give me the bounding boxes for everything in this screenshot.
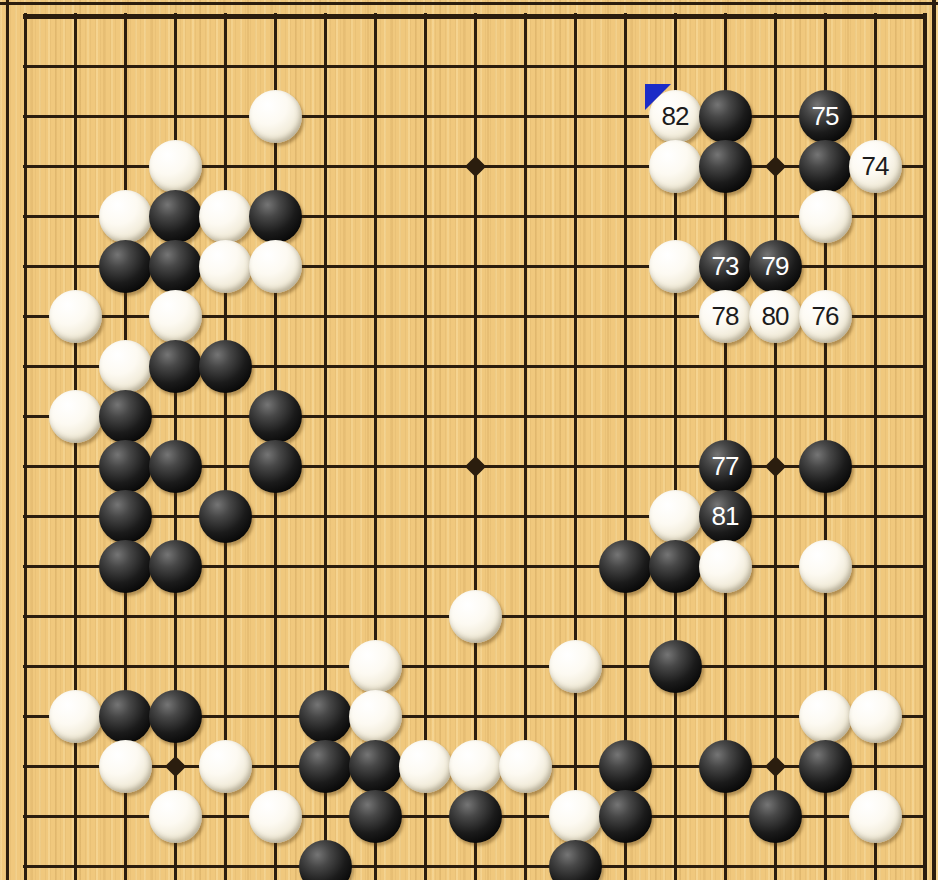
go-board: 82757473797880767781 bbox=[0, 0, 938, 880]
stone-white bbox=[249, 240, 302, 293]
stone-black bbox=[99, 440, 152, 493]
stone-white bbox=[199, 740, 252, 793]
stone-black bbox=[149, 540, 202, 593]
move-number: 77 bbox=[699, 440, 752, 493]
move-number: 75 bbox=[799, 90, 852, 143]
stone-white bbox=[849, 790, 902, 843]
move-number: 73 bbox=[699, 240, 752, 293]
stone-white bbox=[249, 90, 302, 143]
stone-white bbox=[799, 540, 852, 593]
stone-black bbox=[199, 340, 252, 393]
stone-black bbox=[99, 490, 152, 543]
stone-black-77: 77 bbox=[699, 440, 752, 493]
stone-black bbox=[149, 190, 202, 243]
stone-black bbox=[149, 690, 202, 743]
stone-white-78: 78 bbox=[699, 290, 752, 343]
stone-black-79: 79 bbox=[749, 240, 802, 293]
stone-white bbox=[449, 590, 502, 643]
stone-black bbox=[299, 840, 352, 880]
stone-black bbox=[599, 740, 652, 793]
move-number: 78 bbox=[699, 290, 752, 343]
stones-layer: 82757473797880767781 bbox=[0, 0, 938, 880]
stone-black bbox=[749, 790, 802, 843]
stone-black bbox=[699, 140, 752, 193]
stone-white bbox=[149, 140, 202, 193]
stone-white bbox=[499, 740, 552, 793]
stone-white bbox=[149, 290, 202, 343]
stone-white bbox=[49, 290, 102, 343]
stone-white bbox=[149, 790, 202, 843]
stone-black bbox=[699, 90, 752, 143]
stone-white bbox=[849, 690, 902, 743]
stone-black bbox=[249, 440, 302, 493]
stone-black bbox=[549, 840, 602, 880]
stone-black bbox=[299, 690, 352, 743]
stone-black bbox=[249, 390, 302, 443]
stone-white-74: 74 bbox=[849, 140, 902, 193]
stone-black-73: 73 bbox=[699, 240, 752, 293]
stone-black bbox=[649, 540, 702, 593]
stone-white bbox=[199, 240, 252, 293]
stone-white bbox=[649, 140, 702, 193]
stone-black bbox=[599, 790, 652, 843]
stone-black bbox=[649, 640, 702, 693]
stone-white bbox=[449, 740, 502, 793]
stone-black bbox=[149, 440, 202, 493]
stone-white bbox=[199, 190, 252, 243]
stone-white bbox=[349, 640, 402, 693]
move-number: 81 bbox=[699, 490, 752, 543]
stone-black bbox=[349, 740, 402, 793]
stone-black bbox=[99, 240, 152, 293]
stone-black-81: 81 bbox=[699, 490, 752, 543]
stone-black bbox=[699, 740, 752, 793]
stone-white bbox=[649, 240, 702, 293]
stone-black bbox=[799, 440, 852, 493]
stone-white bbox=[549, 640, 602, 693]
stone-black bbox=[449, 790, 502, 843]
stone-black bbox=[299, 740, 352, 793]
stone-black bbox=[99, 390, 152, 443]
stone-black bbox=[249, 190, 302, 243]
move-number: 74 bbox=[849, 140, 902, 193]
stone-black-75: 75 bbox=[799, 90, 852, 143]
stone-white bbox=[49, 390, 102, 443]
stone-white bbox=[349, 690, 402, 743]
stone-white bbox=[99, 740, 152, 793]
stone-white bbox=[49, 690, 102, 743]
stone-white bbox=[399, 740, 452, 793]
stone-black bbox=[149, 240, 202, 293]
stone-black bbox=[349, 790, 402, 843]
stone-white bbox=[99, 190, 152, 243]
stone-white bbox=[699, 540, 752, 593]
stone-white bbox=[99, 340, 152, 393]
stone-black bbox=[199, 490, 252, 543]
stone-black bbox=[149, 340, 202, 393]
stone-black bbox=[799, 140, 852, 193]
stone-white-80: 80 bbox=[749, 290, 802, 343]
stone-white bbox=[799, 690, 852, 743]
move-number: 80 bbox=[749, 290, 802, 343]
stone-white bbox=[649, 490, 702, 543]
stone-white-76: 76 bbox=[799, 290, 852, 343]
stone-black bbox=[599, 540, 652, 593]
stone-white-82: 82 bbox=[649, 90, 702, 143]
stone-black bbox=[799, 740, 852, 793]
stone-black bbox=[99, 690, 152, 743]
stone-black bbox=[99, 540, 152, 593]
stone-white bbox=[249, 790, 302, 843]
move-number: 79 bbox=[749, 240, 802, 293]
last-move-marker bbox=[645, 84, 671, 110]
move-number: 76 bbox=[799, 290, 852, 343]
stone-white bbox=[549, 790, 602, 843]
stone-white bbox=[799, 190, 852, 243]
